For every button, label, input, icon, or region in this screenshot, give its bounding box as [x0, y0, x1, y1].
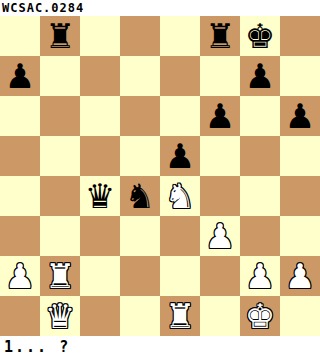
square-g5[interactable] [240, 136, 280, 176]
square-e8[interactable] [160, 16, 200, 56]
square-d8[interactable] [120, 16, 160, 56]
square-f1[interactable] [200, 296, 240, 336]
chess-board: ♜♜♚♟♟♟♟♟♛♞♞♟♟♜♟♟♛♜♚ [0, 16, 320, 336]
black-pawn[interactable]: ♟ [200, 96, 240, 136]
square-d4[interactable]: ♞ [120, 176, 160, 216]
square-e1[interactable]: ♜ [160, 296, 200, 336]
square-a2[interactable]: ♟ [0, 256, 40, 296]
square-f4[interactable] [200, 176, 240, 216]
square-e2[interactable] [160, 256, 200, 296]
black-knight[interactable]: ♞ [120, 176, 160, 216]
square-f5[interactable] [200, 136, 240, 176]
black-pawn[interactable]: ♟ [0, 56, 40, 96]
square-c7[interactable] [80, 56, 120, 96]
square-h2[interactable]: ♟ [280, 256, 320, 296]
square-f6[interactable]: ♟ [200, 96, 240, 136]
square-e3[interactable] [160, 216, 200, 256]
white-pawn[interactable]: ♟ [0, 256, 40, 296]
black-queen[interactable]: ♛ [80, 176, 120, 216]
square-h3[interactable] [280, 216, 320, 256]
black-pawn[interactable]: ♟ [240, 56, 280, 96]
square-b7[interactable] [40, 56, 80, 96]
square-d5[interactable] [120, 136, 160, 176]
square-c2[interactable] [80, 256, 120, 296]
square-g8[interactable]: ♚ [240, 16, 280, 56]
square-a5[interactable] [0, 136, 40, 176]
square-b4[interactable] [40, 176, 80, 216]
white-rook[interactable]: ♜ [40, 256, 80, 296]
square-g6[interactable] [240, 96, 280, 136]
square-h8[interactable] [280, 16, 320, 56]
square-b2[interactable]: ♜ [40, 256, 80, 296]
white-king[interactable]: ♚ [240, 296, 280, 336]
white-rook[interactable]: ♜ [160, 296, 200, 336]
square-b6[interactable] [40, 96, 80, 136]
square-c4[interactable]: ♛ [80, 176, 120, 216]
square-d1[interactable] [120, 296, 160, 336]
square-h6[interactable]: ♟ [280, 96, 320, 136]
black-king[interactable]: ♚ [240, 16, 280, 56]
square-g4[interactable] [240, 176, 280, 216]
black-rook[interactable]: ♜ [40, 16, 80, 56]
square-f2[interactable] [200, 256, 240, 296]
square-b1[interactable]: ♛ [40, 296, 80, 336]
move-prompt: 1... ? [4, 338, 70, 356]
square-c1[interactable] [80, 296, 120, 336]
square-c5[interactable] [80, 136, 120, 176]
square-d6[interactable] [120, 96, 160, 136]
square-b3[interactable] [40, 216, 80, 256]
square-f3[interactable]: ♟ [200, 216, 240, 256]
square-a6[interactable] [0, 96, 40, 136]
title-bar: WCSAC.0284 [0, 0, 320, 16]
square-h7[interactable] [280, 56, 320, 96]
square-e4[interactable]: ♞ [160, 176, 200, 216]
square-e5[interactable]: ♟ [160, 136, 200, 176]
square-a1[interactable] [0, 296, 40, 336]
white-pawn[interactable]: ♟ [240, 256, 280, 296]
square-e6[interactable] [160, 96, 200, 136]
square-a8[interactable] [0, 16, 40, 56]
square-h1[interactable] [280, 296, 320, 336]
square-h5[interactable] [280, 136, 320, 176]
square-d2[interactable] [120, 256, 160, 296]
square-c8[interactable] [80, 16, 120, 56]
square-h4[interactable] [280, 176, 320, 216]
square-c6[interactable] [80, 96, 120, 136]
square-d7[interactable] [120, 56, 160, 96]
black-pawn[interactable]: ♟ [280, 96, 320, 136]
square-b8[interactable]: ♜ [40, 16, 80, 56]
square-d3[interactable] [120, 216, 160, 256]
square-e7[interactable] [160, 56, 200, 96]
square-a4[interactable] [0, 176, 40, 216]
square-f8[interactable]: ♜ [200, 16, 240, 56]
square-g2[interactable]: ♟ [240, 256, 280, 296]
white-knight[interactable]: ♞ [160, 176, 200, 216]
square-b5[interactable] [40, 136, 80, 176]
page-title: WCSAC.0284 [2, 1, 84, 15]
white-pawn[interactable]: ♟ [200, 216, 240, 256]
black-rook[interactable]: ♜ [200, 16, 240, 56]
white-pawn[interactable]: ♟ [280, 256, 320, 296]
square-g3[interactable] [240, 216, 280, 256]
white-queen[interactable]: ♛ [40, 296, 80, 336]
square-f7[interactable] [200, 56, 240, 96]
square-g7[interactable]: ♟ [240, 56, 280, 96]
square-c3[interactable] [80, 216, 120, 256]
square-a3[interactable] [0, 216, 40, 256]
black-pawn[interactable]: ♟ [160, 136, 200, 176]
square-a7[interactable]: ♟ [0, 56, 40, 96]
status-bar: 1... ? [0, 336, 320, 360]
square-g1[interactable]: ♚ [240, 296, 280, 336]
